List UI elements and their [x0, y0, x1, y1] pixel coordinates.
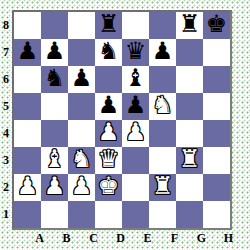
square-h4[interactable] [203, 120, 230, 147]
rank-label-7: 7 [0, 39, 12, 66]
square-f2[interactable]: ♜ [149, 174, 176, 201]
square-b4[interactable] [41, 120, 68, 147]
board: ♜♜♚♟♟♞♛♟♞♟♝♟♟♞♟♟♝♞♛♜♟♟♟♚♜ [14, 12, 230, 228]
piece-white-king[interactable]: ♚ [98, 174, 120, 200]
square-f1[interactable] [149, 201, 176, 228]
square-a7[interactable]: ♟ [14, 39, 41, 66]
board-frame: ♜♜♚♟♟♞♛♟♞♟♝♟♟♞♟♟♝♞♛♜♟♟♟♚♜ [12, 10, 232, 230]
piece-black-pawn[interactable]: ♟ [98, 93, 120, 119]
piece-black-pawn[interactable]: ♟ [125, 93, 147, 119]
file-label-d: D [107, 231, 134, 245]
piece-white-pawn[interactable]: ♟ [17, 174, 39, 200]
square-h6[interactable] [203, 66, 230, 93]
square-g8[interactable]: ♜ [176, 12, 203, 39]
file-label-b: B [53, 231, 80, 245]
piece-white-pawn[interactable]: ♟ [71, 174, 93, 200]
square-a3[interactable] [14, 147, 41, 174]
square-b5[interactable] [41, 93, 68, 120]
square-d8[interactable]: ♜ [95, 12, 122, 39]
file-label-c: C [80, 231, 107, 245]
piece-black-pawn[interactable]: ♟ [44, 39, 66, 65]
square-g6[interactable] [176, 66, 203, 93]
square-h8[interactable]: ♚ [203, 12, 230, 39]
square-b2[interactable]: ♟ [41, 174, 68, 201]
square-a8[interactable] [14, 12, 41, 39]
piece-black-knight[interactable]: ♞ [98, 39, 120, 65]
square-b3[interactable]: ♝ [41, 147, 68, 174]
square-e8[interactable] [122, 12, 149, 39]
square-h7[interactable] [203, 39, 230, 66]
file-labels: ABCDEFGH [26, 231, 242, 245]
file-label-f: F [161, 231, 188, 245]
square-f7[interactable]: ♟ [149, 39, 176, 66]
square-g3[interactable]: ♜ [176, 147, 203, 174]
rank-label-8: 8 [0, 12, 12, 39]
square-f6[interactable] [149, 66, 176, 93]
square-f4[interactable] [149, 120, 176, 147]
square-e7[interactable]: ♛ [122, 39, 149, 66]
square-e3[interactable] [122, 147, 149, 174]
square-b8[interactable] [41, 12, 68, 39]
square-d7[interactable]: ♞ [95, 39, 122, 66]
rank-label-3: 3 [0, 147, 12, 174]
file-label-h: H [215, 231, 242, 245]
rank-label-1: 1 [0, 201, 12, 228]
square-d1[interactable] [95, 201, 122, 228]
square-e1[interactable] [122, 201, 149, 228]
square-b1[interactable] [41, 201, 68, 228]
square-e4[interactable]: ♟ [122, 120, 149, 147]
square-e5[interactable]: ♟ [122, 93, 149, 120]
piece-black-rook[interactable]: ♜ [179, 12, 201, 38]
square-h5[interactable] [203, 93, 230, 120]
square-c4[interactable] [68, 120, 95, 147]
piece-white-rook[interactable]: ♜ [152, 174, 174, 200]
square-d2[interactable]: ♚ [95, 174, 122, 201]
piece-black-king[interactable]: ♚ [206, 12, 228, 38]
square-g2[interactable] [176, 174, 203, 201]
piece-white-rook[interactable]: ♜ [179, 147, 201, 173]
square-f8[interactable] [149, 12, 176, 39]
piece-black-bishop[interactable]: ♝ [125, 66, 147, 92]
rank-label-6: 6 [0, 66, 12, 93]
square-c3[interactable]: ♞ [68, 147, 95, 174]
piece-white-bishop[interactable]: ♝ [44, 147, 66, 173]
square-h3[interactable] [203, 147, 230, 174]
square-g1[interactable] [176, 201, 203, 228]
square-g7[interactable] [176, 39, 203, 66]
square-b7[interactable]: ♟ [41, 39, 68, 66]
piece-black-pawn[interactable]: ♟ [71, 66, 93, 92]
rank-label-4: 4 [0, 120, 12, 147]
square-g4[interactable] [176, 120, 203, 147]
square-c5[interactable] [68, 93, 95, 120]
square-d4[interactable]: ♟ [95, 120, 122, 147]
file-label-g: G [188, 231, 215, 245]
file-label-e: E [134, 231, 161, 245]
square-h1[interactable] [203, 201, 230, 228]
piece-black-queen[interactable]: ♛ [125, 39, 147, 65]
square-c8[interactable] [68, 12, 95, 39]
rank-label-5: 5 [0, 93, 12, 120]
square-c2[interactable]: ♟ [68, 174, 95, 201]
square-b6[interactable]: ♞ [41, 66, 68, 93]
piece-white-pawn[interactable]: ♟ [44, 174, 66, 200]
square-d6[interactable] [95, 66, 122, 93]
square-c1[interactable] [68, 201, 95, 228]
piece-white-knight[interactable]: ♞ [152, 93, 174, 119]
square-h2[interactable] [203, 174, 230, 201]
square-a2[interactable]: ♟ [14, 174, 41, 201]
square-c6[interactable]: ♟ [68, 66, 95, 93]
piece-black-rook[interactable]: ♜ [98, 12, 120, 38]
square-f3[interactable] [149, 147, 176, 174]
piece-white-knight[interactable]: ♞ [71, 147, 93, 173]
chess-board-window: 87654321 ♜♜♚♟♟♞♛♟♞♟♝♟♟♞♟♟♝♞♛♜♟♟♟♚♜ ABCDE… [0, 0, 250, 250]
square-a4[interactable] [14, 120, 41, 147]
square-a1[interactable] [14, 201, 41, 228]
piece-black-pawn[interactable]: ♟ [17, 39, 39, 65]
square-g5[interactable] [176, 93, 203, 120]
piece-white-pawn[interactable]: ♟ [125, 120, 147, 146]
rank-label-2: 2 [0, 174, 12, 201]
square-e6[interactable]: ♝ [122, 66, 149, 93]
file-label-a: A [26, 231, 53, 245]
piece-white-queen[interactable]: ♛ [98, 147, 120, 173]
rank-labels: 87654321 [0, 12, 12, 228]
square-d3[interactable]: ♛ [95, 147, 122, 174]
square-f5[interactable]: ♞ [149, 93, 176, 120]
square-d5[interactable]: ♟ [95, 93, 122, 120]
square-a6[interactable] [14, 66, 41, 93]
piece-white-pawn[interactable]: ♟ [98, 120, 120, 146]
square-c7[interactable] [68, 39, 95, 66]
square-e2[interactable] [122, 174, 149, 201]
square-a5[interactable] [14, 93, 41, 120]
piece-black-pawn[interactable]: ♟ [152, 39, 174, 65]
piece-black-knight[interactable]: ♞ [44, 66, 66, 92]
